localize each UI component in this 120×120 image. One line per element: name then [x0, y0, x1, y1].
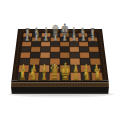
piece-white-rook-h1: ♜ — [94, 65, 101, 84]
square-g4 — [80, 52, 90, 58]
square-d5 — [50, 47, 60, 53]
piece-black-pawn-h7: ♟ — [91, 33, 96, 44]
piece-white-knight-b1: ♞ — [29, 64, 37, 84]
piece-white-knight-g1: ♞ — [83, 64, 91, 84]
square-e5 — [60, 47, 70, 53]
piece-white-bishop-c1: ♝ — [40, 64, 48, 84]
chess-set-photo: ♜♞♝♛♚♝♞♜♟♟♟♟♟♟♟♟♟♟♟♟♟♟♟♟♜♞♝♛♚♝♞♜ — [0, 0, 120, 120]
square-a4 — [20, 52, 31, 58]
square-c4 — [40, 52, 50, 58]
piece-black-pawn-d7: ♟ — [53, 33, 58, 44]
piece-black-pawn-c7: ♟ — [43, 33, 48, 44]
piece-white-rook-a1: ♜ — [19, 65, 26, 84]
square-b5 — [31, 47, 41, 53]
square-d4 — [50, 52, 60, 58]
piece-black-pawn-g7: ♟ — [81, 33, 86, 44]
piece-white-king-e1: ♚ — [60, 57, 71, 85]
piece-white-queen-d1: ♛ — [50, 60, 60, 85]
square-h5 — [89, 47, 99, 53]
chess-board: ♜♞♝♛♚♝♞♜♟♟♟♟♟♟♟♟♟♟♟♟♟♟♟♟♜♞♝♛♚♝♞♜ — [0, 0, 120, 120]
storage-case — [11, 87, 109, 94]
square-c5 — [40, 47, 50, 53]
square-g5 — [79, 47, 89, 53]
square-b4 — [30, 52, 40, 58]
piece-black-pawn-a7: ♟ — [25, 33, 30, 44]
square-a5 — [21, 47, 31, 53]
piece-white-bishop-f1: ♝ — [72, 64, 80, 84]
square-h4 — [89, 52, 100, 58]
piece-black-pawn-e7: ♟ — [62, 33, 67, 44]
square-f4 — [70, 52, 80, 58]
piece-black-pawn-b7: ♟ — [34, 33, 39, 44]
piece-black-pawn-f7: ♟ — [72, 33, 77, 44]
square-f5 — [70, 47, 80, 53]
